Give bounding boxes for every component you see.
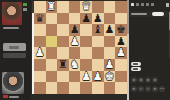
square-a2[interactable] <box>34 71 46 83</box>
square-c1[interactable] <box>57 82 69 94</box>
square-f1[interactable] <box>92 82 104 94</box>
clock-badge-digits <box>133 63 138 65</box>
square-f5[interactable] <box>92 36 104 48</box>
player-sidebar <box>0 0 31 100</box>
collapse-icon[interactable] <box>166 3 169 7</box>
square-h8[interactable] <box>115 1 127 13</box>
clock-badge-digits <box>133 68 138 70</box>
square-d8[interactable] <box>69 1 81 13</box>
square-f8[interactable] <box>92 1 104 13</box>
white-pawn[interactable]: ♟ <box>81 71 91 83</box>
icon-dot <box>154 79 156 81</box>
white-pawn[interactable]: ♟ <box>35 47 45 59</box>
engine-icon[interactable] <box>131 3 135 7</box>
square-h2[interactable] <box>115 71 127 83</box>
icon-dot <box>133 79 135 81</box>
square-b6[interactable] <box>46 24 58 36</box>
white-queen[interactable]: ♛ <box>81 1 91 13</box>
white-knight[interactable]: ♞ <box>70 59 80 71</box>
square-a6[interactable] <box>34 24 46 36</box>
square-e4[interactable] <box>80 47 92 59</box>
square-e7[interactable]: ♟ <box>80 13 92 25</box>
square-d5[interactable]: ♟ <box>69 36 81 48</box>
white-rook[interactable]: ♜ <box>46 1 56 13</box>
white-pawn[interactable]: ♟ <box>116 47 126 59</box>
title-badge-icon <box>23 8 27 11</box>
first-move-icon[interactable]: « <box>131 86 137 92</box>
square-g6[interactable]: ♟ <box>104 24 116 36</box>
analysis-row[interactable] <box>129 11 169 17</box>
square-a7[interactable]: ♛ <box>34 13 46 25</box>
square-h1[interactable] <box>115 82 127 94</box>
opponent-username <box>3 27 19 29</box>
last-move-icon[interactable]: » <box>152 86 158 92</box>
square-d3[interactable]: ♞ <box>69 59 81 71</box>
square-f2[interactable]: ♟ <box>92 71 104 83</box>
square-d1[interactable] <box>69 82 81 94</box>
analysis-list <box>129 11 169 59</box>
black-queen[interactable]: ♛ <box>35 13 45 25</box>
square-a3[interactable] <box>34 59 46 71</box>
square-a8[interactable] <box>34 1 46 13</box>
square-g3[interactable]: ♟ <box>104 59 116 71</box>
square-g5[interactable] <box>104 36 116 48</box>
gear-icon[interactable] <box>152 77 158 83</box>
black-rook[interactable]: ♜ <box>58 59 68 71</box>
share-icon[interactable] <box>146 3 149 6</box>
square-g2[interactable]: ♚ <box>104 71 116 83</box>
list-scrollbar[interactable] <box>169 11 170 58</box>
square-b3[interactable] <box>46 59 58 71</box>
menu-icon[interactable] <box>131 77 137 83</box>
square-d2[interactable] <box>69 71 81 83</box>
square-b2[interactable] <box>46 71 58 83</box>
more-icon[interactable]: ⋯ <box>159 86 165 92</box>
square-h4[interactable]: ♟ <box>115 47 127 59</box>
square-b7[interactable] <box>46 13 58 25</box>
square-b8[interactable]: ♜ <box>46 1 58 13</box>
black-pawn[interactable]: ♟ <box>81 13 91 25</box>
prev-move-icon[interactable]: ‹ <box>138 86 144 92</box>
square-b1[interactable] <box>46 82 58 94</box>
opponent-avatar[interactable] <box>2 2 22 25</box>
flip-board-icon[interactable] <box>138 77 144 83</box>
settings-icon[interactable] <box>151 3 154 6</box>
chess-board[interactable]: ♜♛♛♟♟♟♝♟♚♟♟♟♟♜♞♟♟♟♚ <box>34 1 127 94</box>
book-icon[interactable] <box>136 3 139 6</box>
square-c6[interactable] <box>57 24 69 36</box>
square-g8[interactable] <box>104 1 116 13</box>
square-f3[interactable] <box>92 59 104 71</box>
player-clock <box>3 53 26 58</box>
clock-badge-bottom <box>131 67 141 71</box>
square-b5[interactable] <box>46 36 58 48</box>
white-pawn[interactable]: ♟ <box>93 71 103 83</box>
white-king[interactable]: ♚ <box>104 71 114 83</box>
square-c7[interactable] <box>57 13 69 25</box>
square-a1[interactable] <box>34 82 46 94</box>
next-move-icon[interactable]: › <box>145 86 151 92</box>
square-c8[interactable] <box>57 1 69 13</box>
square-e3[interactable] <box>80 59 92 71</box>
chess-app-window: ♜♛♛♟♟♟♝♟♚♟♟♟♟♜♞♟♟♟♚ «‹›»⋯ <box>0 0 170 100</box>
square-c2[interactable] <box>57 71 69 83</box>
white-pawn[interactable]: ♟ <box>104 59 114 71</box>
square-c3[interactable]: ♜ <box>57 59 69 71</box>
analysis-panel: «‹›»⋯ <box>129 0 170 100</box>
square-e2[interactable]: ♟ <box>80 71 92 83</box>
player-avatar[interactable] <box>2 72 24 94</box>
clock-badge-top <box>131 62 141 66</box>
square-f6[interactable]: ♝ <box>92 24 104 36</box>
clock-digits <box>9 46 19 49</box>
icon-dot <box>147 79 149 81</box>
list-scrollbar-thumb[interactable] <box>169 12 170 30</box>
square-e5[interactable] <box>80 36 92 48</box>
player-username <box>9 96 19 98</box>
country-flag-icon <box>23 3 27 6</box>
square-e8[interactable]: ♛ <box>80 1 92 13</box>
square-a4[interactable]: ♟ <box>34 47 46 59</box>
square-b4[interactable] <box>46 47 58 59</box>
square-g1[interactable] <box>104 82 116 94</box>
refresh-icon[interactable] <box>145 77 151 83</box>
square-h3[interactable] <box>115 59 127 71</box>
square-e1[interactable] <box>80 82 92 94</box>
player-flair-icon <box>3 95 8 98</box>
move-text <box>131 13 147 15</box>
eval-badge[interactable] <box>152 12 164 16</box>
square-e6[interactable] <box>80 24 92 36</box>
white-pawn[interactable]: ♟ <box>70 36 80 48</box>
black-bishop[interactable]: ♝ <box>93 24 103 36</box>
square-c5[interactable] <box>57 36 69 48</box>
opponent-clock <box>3 43 26 51</box>
square-f4[interactable] <box>92 47 104 59</box>
list-icon[interactable] <box>141 3 144 6</box>
black-pawn[interactable]: ♟ <box>104 24 114 36</box>
icon-dot <box>140 79 142 81</box>
